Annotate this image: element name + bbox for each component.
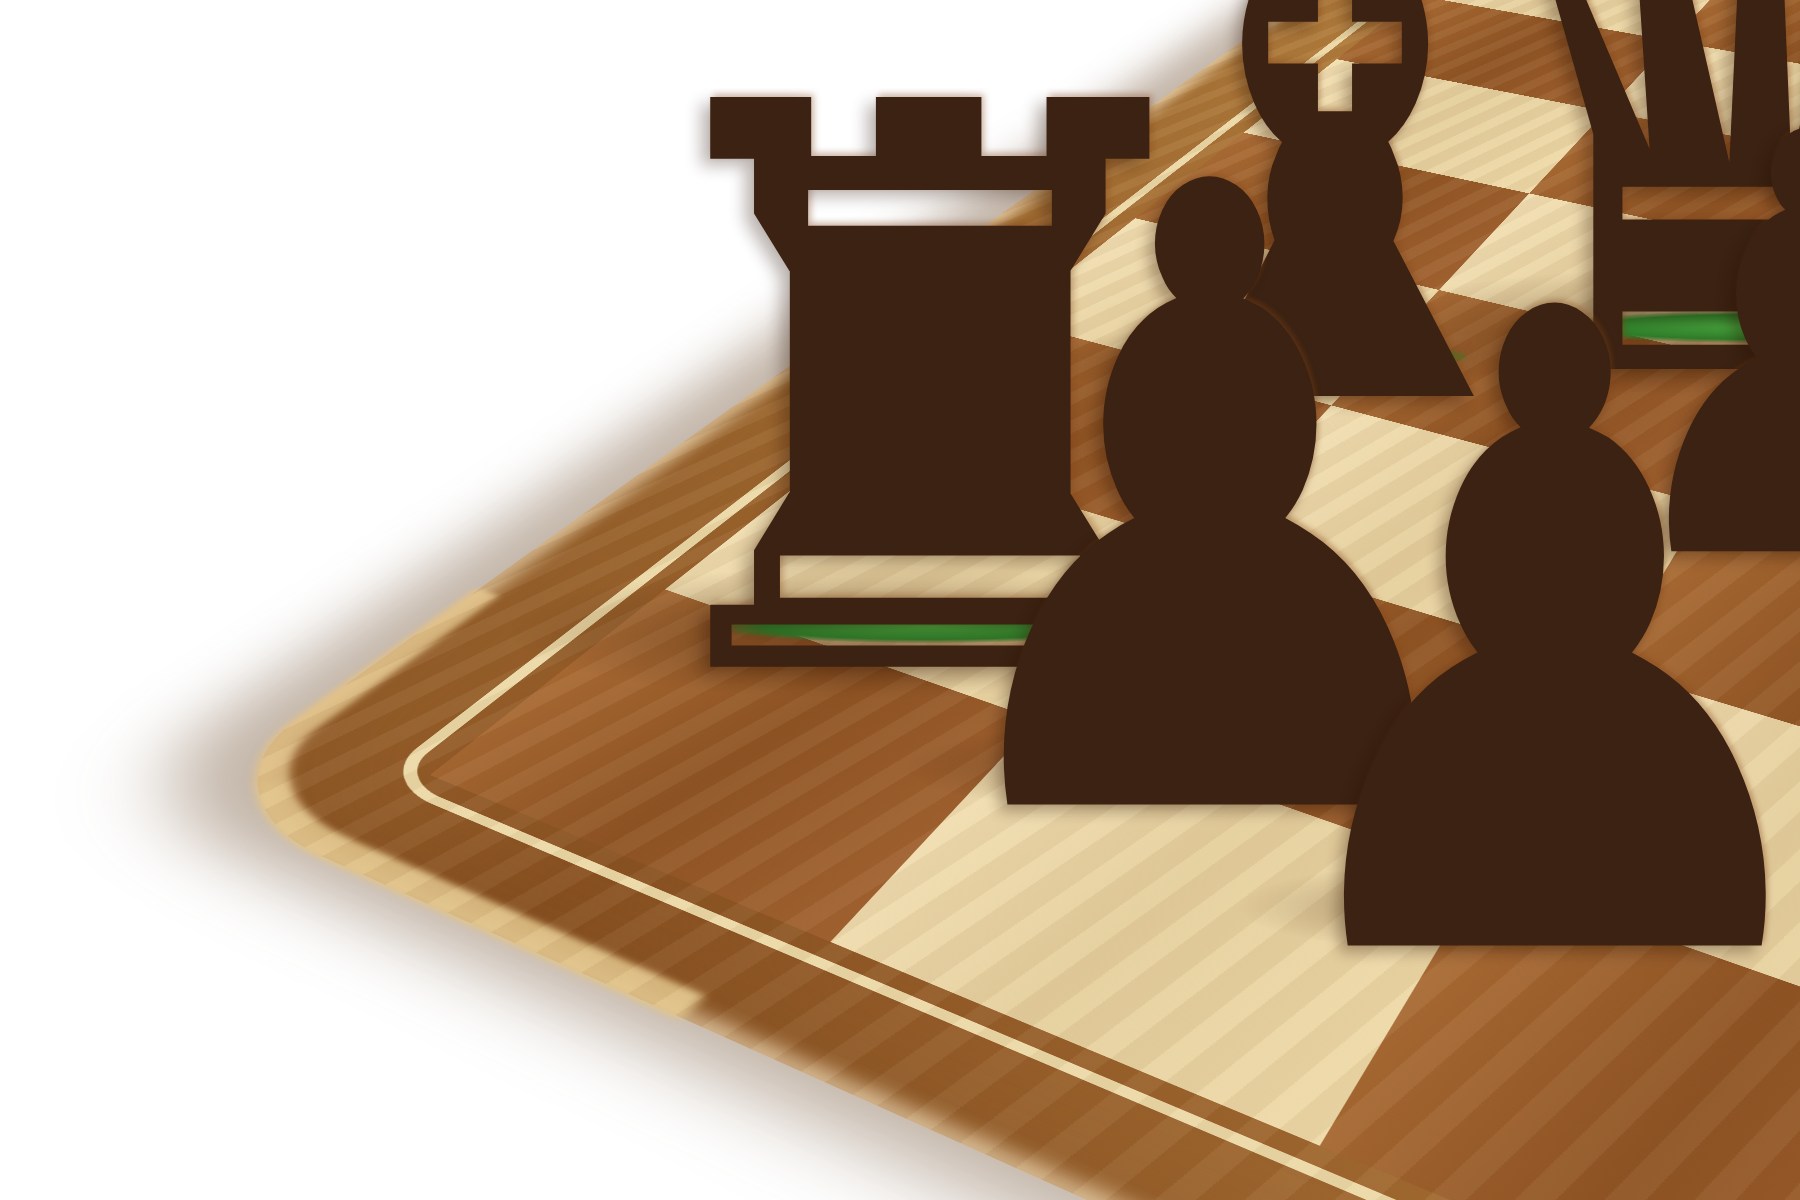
black-pawn-c2: ♟ xyxy=(1239,201,1800,1081)
photo-scene: ♜♟♟♝♛♟ xyxy=(0,0,1800,1200)
